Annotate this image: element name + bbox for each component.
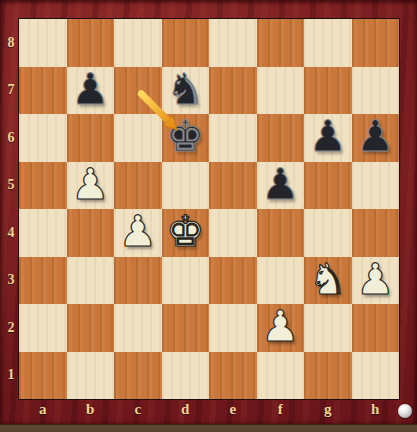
square-g3[interactable]: ♞	[304, 257, 352, 305]
rank-label-6: 6	[0, 114, 19, 162]
file-label-b: b	[67, 401, 115, 421]
square-c7[interactable]	[114, 67, 162, 115]
piece-white-king[interactable]: ♚	[166, 210, 205, 253]
square-h1[interactable]	[352, 352, 400, 400]
rank-label-5: 5	[0, 162, 19, 210]
file-label-a: a	[19, 401, 67, 421]
square-b8[interactable]	[67, 19, 115, 67]
square-c2[interactable]	[114, 304, 162, 352]
file-label-h: h	[352, 401, 400, 421]
square-f3[interactable]	[257, 257, 305, 305]
square-b2[interactable]	[67, 304, 115, 352]
chessboard-window: ♟♞♚♟♟♟♟♟♚♞♟♟ 87654321 abcdefgh	[0, 0, 417, 432]
file-label-f: f	[257, 401, 305, 421]
rank-label-4: 4	[0, 209, 19, 257]
square-b7[interactable]: ♟	[67, 67, 115, 115]
piece-white-pawn[interactable]: ♟	[118, 210, 157, 253]
square-h3[interactable]: ♟	[352, 257, 400, 305]
piece-white-pawn[interactable]: ♟	[356, 258, 395, 301]
square-f1[interactable]	[257, 352, 305, 400]
piece-white-knight[interactable]: ♞	[308, 258, 347, 301]
square-f2[interactable]: ♟	[257, 304, 305, 352]
square-f6[interactable]	[257, 114, 305, 162]
square-c5[interactable]	[114, 162, 162, 210]
rank-label-7: 7	[0, 67, 19, 115]
file-labels: abcdefgh	[19, 401, 399, 421]
square-d1[interactable]	[162, 352, 210, 400]
square-e3[interactable]	[209, 257, 257, 305]
rank-labels: 87654321	[0, 19, 19, 399]
square-c8[interactable]	[114, 19, 162, 67]
square-b1[interactable]	[67, 352, 115, 400]
square-g8[interactable]	[304, 19, 352, 67]
square-d6[interactable]: ♚	[162, 114, 210, 162]
square-g7[interactable]	[304, 67, 352, 115]
square-e8[interactable]	[209, 19, 257, 67]
file-label-d: d	[162, 401, 210, 421]
rank-label-1: 1	[0, 352, 19, 400]
piece-black-knight[interactable]: ♞	[166, 68, 205, 111]
rank-label-3: 3	[0, 257, 19, 305]
square-c3[interactable]	[114, 257, 162, 305]
square-b5[interactable]: ♟	[67, 162, 115, 210]
square-d2[interactable]	[162, 304, 210, 352]
piece-black-pawn[interactable]: ♟	[308, 115, 347, 158]
file-label-e: e	[209, 401, 257, 421]
square-a6[interactable]	[19, 114, 67, 162]
square-c1[interactable]	[114, 352, 162, 400]
square-g2[interactable]	[304, 304, 352, 352]
square-a1[interactable]	[19, 352, 67, 400]
square-f4[interactable]	[257, 209, 305, 257]
square-f8[interactable]	[257, 19, 305, 67]
piece-black-pawn[interactable]: ♟	[261, 163, 300, 206]
square-e6[interactable]	[209, 114, 257, 162]
square-d4[interactable]: ♚	[162, 209, 210, 257]
square-a7[interactable]	[19, 67, 67, 115]
square-d5[interactable]	[162, 162, 210, 210]
table-edge	[0, 424, 417, 432]
square-e4[interactable]	[209, 209, 257, 257]
square-a8[interactable]	[19, 19, 67, 67]
square-g6[interactable]: ♟	[304, 114, 352, 162]
square-b3[interactable]	[67, 257, 115, 305]
square-b6[interactable]	[67, 114, 115, 162]
square-h4[interactable]	[352, 209, 400, 257]
file-label-g: g	[304, 401, 352, 421]
square-b4[interactable]	[67, 209, 115, 257]
square-h5[interactable]	[352, 162, 400, 210]
square-c6[interactable]	[114, 114, 162, 162]
square-a5[interactable]	[19, 162, 67, 210]
square-d3[interactable]	[162, 257, 210, 305]
square-h7[interactable]	[352, 67, 400, 115]
piece-white-pawn[interactable]: ♟	[71, 163, 110, 206]
square-e5[interactable]	[209, 162, 257, 210]
piece-white-pawn[interactable]: ♟	[261, 305, 300, 348]
square-h8[interactable]	[352, 19, 400, 67]
square-e7[interactable]	[209, 67, 257, 115]
square-c4[interactable]: ♟	[114, 209, 162, 257]
square-a2[interactable]	[19, 304, 67, 352]
square-f7[interactable]	[257, 67, 305, 115]
piece-black-pawn[interactable]: ♟	[356, 115, 395, 158]
square-d7[interactable]: ♞	[162, 67, 210, 115]
chess-board[interactable]: ♟♞♚♟♟♟♟♟♚♞♟♟	[19, 19, 399, 399]
square-h6[interactable]: ♟	[352, 114, 400, 162]
square-g4[interactable]	[304, 209, 352, 257]
square-h2[interactable]	[352, 304, 400, 352]
square-g1[interactable]	[304, 352, 352, 400]
piece-black-king[interactable]: ♚	[166, 115, 205, 158]
rank-label-2: 2	[0, 304, 19, 352]
square-e2[interactable]	[209, 304, 257, 352]
square-d8[interactable]	[162, 19, 210, 67]
piece-black-pawn[interactable]: ♟	[71, 68, 110, 111]
file-label-c: c	[114, 401, 162, 421]
rank-label-8: 8	[0, 19, 19, 67]
square-e1[interactable]	[209, 352, 257, 400]
square-a4[interactable]	[19, 209, 67, 257]
side-to-move-indicator	[398, 404, 412, 418]
square-f5[interactable]: ♟	[257, 162, 305, 210]
square-g5[interactable]	[304, 162, 352, 210]
square-a3[interactable]	[19, 257, 67, 305]
